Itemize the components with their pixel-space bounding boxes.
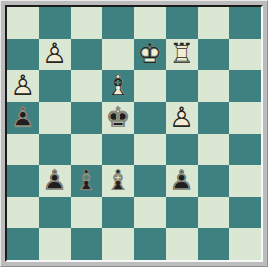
square-b5[interactable] (39, 102, 71, 134)
white-bishop-outline: ♗ (102, 70, 134, 102)
piece-white-king[interactable]: ♚♔ (134, 39, 166, 71)
square-a7[interactable] (7, 39, 39, 71)
square-e8[interactable] (134, 7, 166, 39)
square-e7[interactable]: ♚♔ (134, 39, 166, 71)
square-a4[interactable] (7, 134, 39, 166)
square-d8[interactable] (102, 7, 134, 39)
black-pawn-glyph: ♟ (166, 165, 198, 197)
square-d4[interactable] (102, 134, 134, 166)
square-f4[interactable] (166, 134, 198, 166)
square-d5[interactable]: ♚♔ (102, 102, 134, 134)
piece-white-pawn[interactable]: ♟♙ (166, 102, 198, 134)
square-f2[interactable] (166, 197, 198, 229)
square-e6[interactable] (134, 70, 166, 102)
square-f7[interactable]: ♜♖ (166, 39, 198, 71)
square-d2[interactable] (102, 197, 134, 229)
square-f1[interactable] (166, 228, 198, 260)
square-g6[interactable] (198, 70, 230, 102)
square-c2[interactable] (71, 197, 103, 229)
square-f6[interactable] (166, 70, 198, 102)
white-rook-glyph: ♜ (166, 39, 198, 71)
square-a2[interactable] (7, 197, 39, 229)
square-d1[interactable] (102, 228, 134, 260)
square-e2[interactable] (134, 197, 166, 229)
square-f3[interactable]: ♟♙ (166, 165, 198, 197)
square-g3[interactable] (198, 165, 230, 197)
black-pawn-outline: ♙ (7, 102, 39, 134)
black-bishop-glyph: ♝ (71, 165, 103, 197)
square-d3[interactable]: ♝♗ (102, 165, 134, 197)
square-e4[interactable] (134, 134, 166, 166)
square-b2[interactable] (39, 197, 71, 229)
square-g7[interactable] (198, 39, 230, 71)
square-h4[interactable] (229, 134, 261, 166)
square-b6[interactable] (39, 70, 71, 102)
square-g2[interactable] (198, 197, 230, 229)
black-bishop-glyph: ♝ (102, 165, 134, 197)
black-king-outline: ♔ (102, 102, 134, 134)
square-c5[interactable] (71, 102, 103, 134)
square-a5[interactable]: ♟♙ (7, 102, 39, 134)
piece-white-bishop[interactable]: ♝♗ (102, 70, 134, 102)
square-h7[interactable] (229, 39, 261, 71)
square-c4[interactable] (71, 134, 103, 166)
piece-white-pawn[interactable]: ♟♙ (39, 39, 71, 71)
square-g5[interactable] (198, 102, 230, 134)
piece-black-king[interactable]: ♚♔ (102, 102, 134, 134)
square-c8[interactable] (71, 7, 103, 39)
square-e5[interactable] (134, 102, 166, 134)
white-pawn-outline: ♙ (166, 102, 198, 134)
square-b7[interactable]: ♟♙ (39, 39, 71, 71)
piece-black-bishop[interactable]: ♝♗ (71, 165, 103, 197)
white-pawn-outline: ♙ (39, 39, 71, 71)
black-pawn-glyph: ♟ (7, 102, 39, 134)
square-a8[interactable] (7, 7, 39, 39)
square-h1[interactable] (229, 228, 261, 260)
square-a3[interactable] (7, 165, 39, 197)
board-frame: ♟♙♚♔♜♖♟♙♝♗♟♙♚♔♟♙♟♙♝♗♝♗♟♙ (0, 0, 268, 267)
square-b4[interactable] (39, 134, 71, 166)
square-b1[interactable] (39, 228, 71, 260)
square-g4[interactable] (198, 134, 230, 166)
black-pawn-glyph: ♟ (39, 165, 71, 197)
white-pawn-glyph: ♟ (166, 102, 198, 134)
square-c1[interactable] (71, 228, 103, 260)
white-bishop-glyph: ♝ (102, 70, 134, 102)
square-c7[interactable] (71, 39, 103, 71)
square-b3[interactable]: ♟♙ (39, 165, 71, 197)
piece-black-pawn[interactable]: ♟♙ (39, 165, 71, 197)
black-king-glyph: ♚ (102, 102, 134, 134)
white-rook-outline: ♖ (166, 39, 198, 71)
square-a6[interactable]: ♟♙ (7, 70, 39, 102)
piece-black-pawn[interactable]: ♟♙ (166, 165, 198, 197)
square-a1[interactable] (7, 228, 39, 260)
square-e1[interactable] (134, 228, 166, 260)
square-e3[interactable] (134, 165, 166, 197)
square-c3[interactable]: ♝♗ (71, 165, 103, 197)
piece-black-bishop[interactable]: ♝♗ (102, 165, 134, 197)
square-f5[interactable]: ♟♙ (166, 102, 198, 134)
piece-white-rook[interactable]: ♜♖ (166, 39, 198, 71)
piece-white-pawn[interactable]: ♟♙ (7, 70, 39, 102)
square-g8[interactable] (198, 7, 230, 39)
square-h2[interactable] (229, 197, 261, 229)
square-f8[interactable] (166, 7, 198, 39)
piece-black-pawn[interactable]: ♟♙ (7, 102, 39, 134)
black-pawn-outline: ♙ (39, 165, 71, 197)
square-c6[interactable] (71, 70, 103, 102)
square-g1[interactable] (198, 228, 230, 260)
chess-board: ♟♙♚♔♜♖♟♙♝♗♟♙♚♔♟♙♟♙♝♗♝♗♟♙ (5, 5, 263, 262)
white-pawn-outline: ♙ (7, 70, 39, 102)
black-bishop-outline: ♗ (71, 165, 103, 197)
square-h5[interactable] (229, 102, 261, 134)
square-h8[interactable] (229, 7, 261, 39)
white-pawn-glyph: ♟ (39, 39, 71, 71)
square-h6[interactable] (229, 70, 261, 102)
square-h3[interactable] (229, 165, 261, 197)
black-pawn-outline: ♙ (166, 165, 198, 197)
square-d7[interactable] (102, 39, 134, 71)
white-king-glyph: ♚ (134, 39, 166, 71)
white-pawn-glyph: ♟ (7, 70, 39, 102)
white-king-outline: ♔ (134, 39, 166, 71)
black-bishop-outline: ♗ (102, 165, 134, 197)
square-b8[interactable] (39, 7, 71, 39)
square-d6[interactable]: ♝♗ (102, 70, 134, 102)
